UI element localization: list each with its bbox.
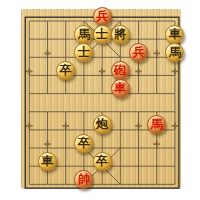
- piece-black-soldier[interactable]: 卒: [56, 61, 75, 80]
- piece-red-cannon[interactable]: 砲: [111, 61, 130, 80]
- piece-black-horse[interactable]: 馬: [165, 43, 184, 62]
- piece-black-chariot[interactable]: 車: [38, 152, 57, 171]
- piece-black-soldier[interactable]: 卒: [74, 134, 93, 153]
- piece-black-advisor[interactable]: 士: [74, 43, 93, 62]
- piece-black-horse[interactable]: 馬: [74, 25, 93, 44]
- piece-black-advisor[interactable]: 士: [93, 25, 112, 44]
- piece-black-soldier[interactable]: 卒: [93, 152, 112, 171]
- piece-red-horse[interactable]: 馬: [147, 115, 166, 134]
- piece-red-soldier[interactable]: 兵: [93, 7, 112, 26]
- piece-black-chariot[interactable]: 車: [165, 25, 184, 44]
- pieces-layer: 兵馬士將車士兵馬卒砲車炮馬卒車卒帥: [0, 0, 200, 200]
- piece-red-chariot[interactable]: 車: [111, 79, 130, 98]
- piece-red-general[interactable]: 帥: [74, 170, 93, 189]
- piece-black-cannon[interactable]: 炮: [93, 115, 112, 134]
- piece-black-general[interactable]: 將: [111, 25, 130, 44]
- piece-red-soldier[interactable]: 兵: [129, 43, 148, 62]
